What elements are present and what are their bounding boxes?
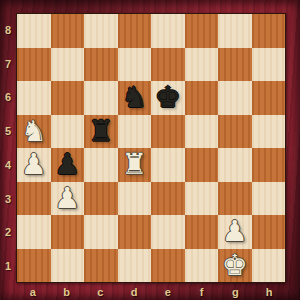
- square-e6[interactable]: ♚: [151, 81, 185, 115]
- black-knight[interactable]: ♞: [118, 81, 152, 115]
- square-b8[interactable]: [51, 14, 85, 48]
- square-f4[interactable]: [185, 148, 219, 182]
- chess-board-frame: 87654321 ♞♚♞♜♟♟♜♟♟♚ abcdefgh: [0, 0, 300, 300]
- square-f7[interactable]: [185, 48, 219, 82]
- square-a3[interactable]: [17, 182, 51, 216]
- square-e4[interactable]: [151, 148, 185, 182]
- square-h5[interactable]: [252, 115, 286, 149]
- file-label-d: d: [117, 283, 151, 300]
- square-e2[interactable]: [151, 215, 185, 249]
- square-a6[interactable]: [17, 81, 51, 115]
- square-g7[interactable]: [218, 48, 252, 82]
- square-c2[interactable]: [84, 215, 118, 249]
- square-g1[interactable]: ♚: [218, 249, 252, 283]
- square-h1[interactable]: [252, 249, 286, 283]
- square-e5[interactable]: [151, 115, 185, 149]
- square-h4[interactable]: [252, 148, 286, 182]
- square-d8[interactable]: [118, 14, 152, 48]
- file-label-f: f: [185, 283, 219, 300]
- square-c5[interactable]: ♜: [84, 115, 118, 149]
- square-d3[interactable]: [118, 182, 152, 216]
- square-a4[interactable]: ♟: [17, 148, 51, 182]
- square-c6[interactable]: [84, 81, 118, 115]
- square-g3[interactable]: [218, 182, 252, 216]
- rank-label-1: 1: [0, 249, 16, 283]
- chess-board: ♞♚♞♜♟♟♜♟♟♚: [16, 13, 286, 283]
- white-knight[interactable]: ♞: [17, 115, 51, 149]
- square-d1[interactable]: [118, 249, 152, 283]
- black-pawn[interactable]: ♟: [51, 148, 85, 182]
- file-label-a: a: [16, 283, 50, 300]
- square-d7[interactable]: [118, 48, 152, 82]
- square-a8[interactable]: [17, 14, 51, 48]
- rank-label-4: 4: [0, 148, 16, 182]
- rank-label-7: 7: [0, 47, 16, 81]
- square-c1[interactable]: [84, 249, 118, 283]
- square-d5[interactable]: [118, 115, 152, 149]
- square-f3[interactable]: [185, 182, 219, 216]
- square-d4[interactable]: ♜: [118, 148, 152, 182]
- square-b7[interactable]: [51, 48, 85, 82]
- square-b5[interactable]: [51, 115, 85, 149]
- rank-label-6: 6: [0, 81, 16, 115]
- square-a5[interactable]: ♞: [17, 115, 51, 149]
- square-f8[interactable]: [185, 14, 219, 48]
- square-e8[interactable]: [151, 14, 185, 48]
- square-f2[interactable]: [185, 215, 219, 249]
- square-g6[interactable]: [218, 81, 252, 115]
- square-h7[interactable]: [252, 48, 286, 82]
- file-labels: abcdefgh: [16, 283, 286, 300]
- square-g8[interactable]: [218, 14, 252, 48]
- file-label-c: c: [84, 283, 118, 300]
- square-f5[interactable]: [185, 115, 219, 149]
- square-c8[interactable]: [84, 14, 118, 48]
- square-e7[interactable]: [151, 48, 185, 82]
- square-c4[interactable]: [84, 148, 118, 182]
- rank-label-5: 5: [0, 114, 16, 148]
- square-e3[interactable]: [151, 182, 185, 216]
- square-h8[interactable]: [252, 14, 286, 48]
- white-pawn[interactable]: ♟: [51, 182, 85, 216]
- white-king[interactable]: ♚: [218, 249, 252, 283]
- rank-labels: 87654321: [0, 13, 16, 283]
- square-b1[interactable]: [51, 249, 85, 283]
- square-a2[interactable]: [17, 215, 51, 249]
- square-c7[interactable]: [84, 48, 118, 82]
- square-b3[interactable]: ♟: [51, 182, 85, 216]
- rank-label-3: 3: [0, 182, 16, 216]
- rank-label-2: 2: [0, 216, 16, 250]
- white-rook[interactable]: ♜: [118, 148, 152, 182]
- square-g4[interactable]: [218, 148, 252, 182]
- white-pawn[interactable]: ♟: [218, 215, 252, 249]
- square-b2[interactable]: [51, 215, 85, 249]
- square-c3[interactable]: [84, 182, 118, 216]
- file-label-g: g: [219, 283, 253, 300]
- white-pawn[interactable]: ♟: [17, 148, 51, 182]
- square-h2[interactable]: [252, 215, 286, 249]
- file-label-e: e: [151, 283, 185, 300]
- rank-label-8: 8: [0, 13, 16, 47]
- black-rook[interactable]: ♜: [84, 115, 118, 149]
- square-g5[interactable]: [218, 115, 252, 149]
- file-label-h: h: [252, 283, 286, 300]
- square-a7[interactable]: [17, 48, 51, 82]
- square-a1[interactable]: [17, 249, 51, 283]
- square-b4[interactable]: ♟: [51, 148, 85, 182]
- file-label-b: b: [50, 283, 84, 300]
- square-h3[interactable]: [252, 182, 286, 216]
- square-b6[interactable]: [51, 81, 85, 115]
- square-f6[interactable]: [185, 81, 219, 115]
- black-king[interactable]: ♚: [151, 81, 185, 115]
- square-e1[interactable]: [151, 249, 185, 283]
- square-d6[interactable]: ♞: [118, 81, 152, 115]
- square-d2[interactable]: [118, 215, 152, 249]
- square-f1[interactable]: [185, 249, 219, 283]
- square-h6[interactable]: [252, 81, 286, 115]
- square-g2[interactable]: ♟: [218, 215, 252, 249]
